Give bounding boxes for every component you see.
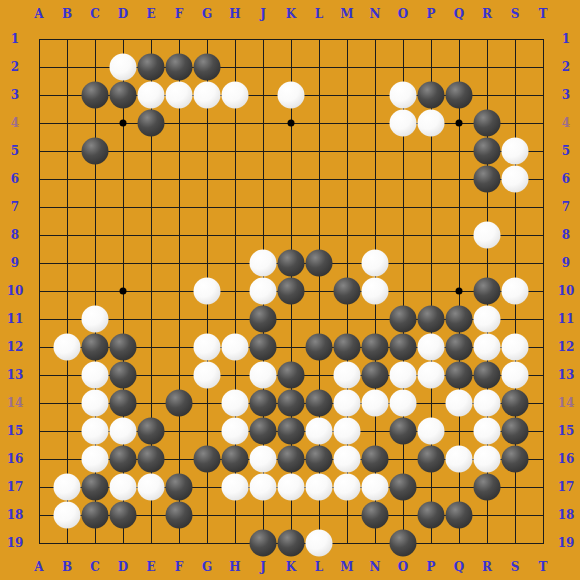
row-label-right: 2 [562,61,570,73]
row-label-right: 16 [558,453,575,465]
black-stone[interactable] [446,362,473,389]
column-label-bottom: H [229,561,240,573]
row-label-left: 15 [7,425,24,437]
white-stone[interactable] [362,474,389,501]
column-label-top: T [539,8,548,20]
column-label-bottom: A [34,561,43,573]
row-label-left: 17 [7,481,24,493]
white-stone[interactable] [110,418,137,445]
black-stone[interactable] [306,390,333,417]
black-stone[interactable] [82,138,109,165]
white-stone[interactable] [194,334,221,361]
white-stone[interactable] [194,278,221,305]
row-label-right: 5 [562,145,570,157]
white-stone[interactable] [306,530,333,557]
white-stone[interactable] [418,418,445,445]
black-stone[interactable] [502,446,529,473]
column-label-top: J [260,8,266,20]
black-stone[interactable] [166,54,193,81]
column-label-top: K [286,8,296,20]
black-stone[interactable] [166,502,193,529]
black-stone[interactable] [306,446,333,473]
black-stone[interactable] [250,334,277,361]
white-stone[interactable] [446,390,473,417]
white-stone[interactable] [362,250,389,277]
row-label-left: 3 [11,89,19,101]
black-stone[interactable] [362,334,389,361]
black-stone[interactable] [138,446,165,473]
star-point [120,120,127,127]
column-label-bottom: R [482,561,492,573]
black-stone[interactable] [278,362,305,389]
white-stone[interactable] [278,82,305,109]
black-stone[interactable] [82,474,109,501]
white-stone[interactable] [82,306,109,333]
row-label-right: 18 [558,509,575,521]
white-stone[interactable] [334,362,361,389]
white-stone[interactable] [54,474,81,501]
white-stone[interactable] [222,334,249,361]
black-stone[interactable] [390,530,417,557]
row-label-left: 2 [11,61,19,73]
column-label-top: M [340,8,353,20]
black-stone[interactable] [166,390,193,417]
black-stone[interactable] [362,446,389,473]
white-stone[interactable] [82,362,109,389]
row-label-left: 18 [7,509,24,521]
black-stone[interactable] [334,278,361,305]
star-point [120,288,127,295]
white-stone[interactable] [250,474,277,501]
column-label-bottom: L [315,561,323,573]
star-point [456,120,463,127]
white-stone[interactable] [222,390,249,417]
black-stone[interactable] [278,250,305,277]
row-label-right: 7 [562,201,570,213]
row-label-right: 17 [558,481,575,493]
white-stone[interactable] [138,82,165,109]
row-label-left: 16 [7,453,24,465]
star-point [288,120,295,127]
row-label-left: 4 [11,117,19,129]
column-label-top: P [426,8,435,20]
row-label-left: 6 [11,173,19,185]
black-stone[interactable] [138,418,165,445]
column-label-top: S [511,8,520,20]
column-label-bottom: C [90,561,100,573]
row-label-right: 3 [562,89,570,101]
white-stone[interactable] [390,362,417,389]
black-stone[interactable] [446,82,473,109]
star-point [456,288,463,295]
black-stone[interactable] [502,418,529,445]
white-stone[interactable] [194,362,221,389]
black-stone[interactable] [110,334,137,361]
row-label-right: 14 [558,397,575,409]
white-stone[interactable] [474,334,501,361]
column-label-bottom: O [398,561,408,573]
white-stone[interactable] [222,418,249,445]
black-stone[interactable] [110,502,137,529]
black-stone[interactable] [250,306,277,333]
column-label-bottom: M [340,561,353,573]
white-stone[interactable] [54,334,81,361]
white-stone[interactable] [334,418,361,445]
column-label-top: C [90,8,100,20]
black-stone[interactable] [278,446,305,473]
row-label-left: 13 [7,369,24,381]
row-label-right: 9 [562,257,570,269]
column-label-top: F [175,8,184,20]
row-label-right: 11 [558,313,575,325]
white-stone[interactable] [250,362,277,389]
black-stone[interactable] [110,446,137,473]
go-board-screenshot: AABBCCDDEEFFGGHHJJKKLLMMNNOOPPQQRRSSTT11… [0,0,580,580]
black-stone[interactable] [278,278,305,305]
white-stone[interactable] [418,362,445,389]
white-stone[interactable] [278,474,305,501]
row-label-left: 10 [7,285,24,297]
column-label-bottom: J [260,561,266,573]
black-stone[interactable] [110,362,137,389]
row-label-right: 15 [558,425,575,437]
column-label-bottom: P [426,561,435,573]
column-label-bottom: G [202,561,212,573]
black-stone[interactable] [194,54,221,81]
row-label-left: 19 [7,537,24,549]
white-stone[interactable] [166,82,193,109]
white-stone[interactable] [362,278,389,305]
black-stone[interactable] [474,138,501,165]
black-stone[interactable] [138,110,165,137]
column-label-top: Q [454,8,464,20]
black-stone[interactable] [82,82,109,109]
black-stone[interactable] [278,418,305,445]
row-label-left: 8 [11,229,19,241]
column-label-bottom: F [175,561,184,573]
black-stone[interactable] [390,418,417,445]
black-stone[interactable] [390,306,417,333]
black-stone[interactable] [390,474,417,501]
black-stone[interactable] [362,502,389,529]
black-stone[interactable] [334,334,361,361]
white-stone[interactable] [250,446,277,473]
black-stone[interactable] [250,418,277,445]
white-stone[interactable] [194,82,221,109]
row-label-left: 1 [11,33,19,45]
column-label-top: E [146,8,155,20]
black-stone[interactable] [194,446,221,473]
white-stone[interactable] [502,278,529,305]
black-stone[interactable] [362,362,389,389]
white-stone[interactable] [502,362,529,389]
row-label-left: 12 [7,341,24,353]
column-label-top: B [62,8,72,20]
white-stone[interactable] [250,250,277,277]
white-stone[interactable] [446,446,473,473]
white-stone[interactable] [390,82,417,109]
white-stone[interactable] [222,82,249,109]
white-stone[interactable] [362,390,389,417]
row-label-left: 11 [7,313,24,325]
black-stone[interactable] [474,166,501,193]
black-stone[interactable] [474,474,501,501]
white-stone[interactable] [474,306,501,333]
row-label-right: 19 [558,537,575,549]
white-stone[interactable] [306,474,333,501]
column-label-top: N [370,8,381,20]
black-stone[interactable] [110,390,137,417]
column-label-bottom: D [118,561,128,573]
white-stone[interactable] [250,278,277,305]
row-label-right: 6 [562,173,570,185]
grid-line-vertical [543,39,544,544]
white-stone[interactable] [82,418,109,445]
row-label-right: 1 [562,33,570,45]
black-stone[interactable] [166,474,193,501]
white-stone[interactable] [82,390,109,417]
white-stone[interactable] [474,222,501,249]
row-label-right: 12 [558,341,575,353]
white-stone[interactable] [390,110,417,137]
white-stone[interactable] [474,390,501,417]
black-stone[interactable] [446,306,473,333]
black-stone[interactable] [418,502,445,529]
column-label-bottom: N [370,561,381,573]
black-stone[interactable] [418,306,445,333]
black-stone[interactable] [446,334,473,361]
black-stone[interactable] [474,362,501,389]
black-stone[interactable] [306,250,333,277]
column-label-top: A [34,8,43,20]
white-stone[interactable] [82,446,109,473]
column-label-top: L [315,8,323,20]
white-stone[interactable] [474,418,501,445]
column-label-bottom: B [62,561,72,573]
white-stone[interactable] [54,502,81,529]
black-stone[interactable] [418,82,445,109]
column-label-bottom: E [146,561,155,573]
white-stone[interactable] [390,390,417,417]
black-stone[interactable] [110,82,137,109]
black-stone[interactable] [250,530,277,557]
row-label-left: 14 [7,397,24,409]
white-stone[interactable] [502,166,529,193]
column-label-bottom: S [511,561,520,573]
column-label-bottom: T [539,561,548,573]
black-stone[interactable] [82,502,109,529]
row-label-left: 9 [11,257,19,269]
black-stone[interactable] [390,334,417,361]
white-stone[interactable] [418,334,445,361]
white-stone[interactable] [138,474,165,501]
white-stone[interactable] [306,418,333,445]
column-label-bottom: K [286,561,296,573]
white-stone[interactable] [222,474,249,501]
black-stone[interactable] [306,334,333,361]
white-stone[interactable] [334,390,361,417]
black-stone[interactable] [82,334,109,361]
column-label-top: H [229,8,240,20]
white-stone[interactable] [334,446,361,473]
column-label-top: R [482,8,492,20]
column-label-top: G [202,8,212,20]
white-stone[interactable] [418,110,445,137]
black-stone[interactable] [502,390,529,417]
black-stone[interactable] [278,530,305,557]
row-label-right: 10 [558,285,575,297]
black-stone[interactable] [474,278,501,305]
black-stone[interactable] [278,390,305,417]
black-stone[interactable] [474,110,501,137]
black-stone[interactable] [250,390,277,417]
black-stone[interactable] [446,502,473,529]
row-label-left: 5 [11,145,19,157]
column-label-bottom: Q [454,561,464,573]
row-label-left: 7 [11,201,19,213]
white-stone[interactable] [110,54,137,81]
row-label-right: 4 [562,117,570,129]
column-label-top: O [398,8,408,20]
white-stone[interactable] [334,474,361,501]
black-stone[interactable] [138,54,165,81]
white-stone[interactable] [502,138,529,165]
white-stone[interactable] [474,446,501,473]
black-stone[interactable] [222,446,249,473]
column-label-top: D [118,8,128,20]
row-label-right: 8 [562,229,570,241]
white-stone[interactable] [502,334,529,361]
black-stone[interactable] [418,446,445,473]
white-stone[interactable] [110,474,137,501]
row-label-right: 13 [558,369,575,381]
